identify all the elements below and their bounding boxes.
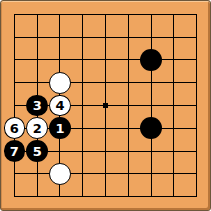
intersection-4-1 [71, 3, 94, 26]
intersection-1-3 [3, 49, 26, 72]
intersection-8-2 [162, 26, 185, 49]
intersection-8-4 [162, 71, 185, 94]
intersection-1-5 [3, 94, 26, 117]
go-board: 3462175 [0, 0, 211, 211]
board-grid: 3462175 [3, 3, 208, 208]
intersection-7-3 [140, 49, 163, 72]
intersection-6-6 [117, 117, 140, 140]
intersection-5-8 [94, 162, 117, 185]
intersection-9-2 [185, 26, 208, 49]
intersection-2-4 [26, 71, 49, 94]
move-5-stone-black: 5 [26, 140, 48, 162]
intersection-5-3 [94, 49, 117, 72]
intersection-9-1 [185, 3, 208, 26]
intersection-7-2 [140, 26, 163, 49]
intersection-1-4 [3, 71, 26, 94]
intersection-6-4 [117, 71, 140, 94]
intersection-2-3 [26, 49, 49, 72]
intersection-8-8 [162, 162, 185, 185]
intersection-3-3 [49, 49, 72, 72]
intersection-5-9 [94, 185, 117, 208]
intersection-7-1 [140, 3, 163, 26]
intersection-6-9 [117, 185, 140, 208]
stone-white [49, 163, 71, 185]
intersection-3-5: 4 [49, 94, 72, 117]
intersection-3-6: 1 [49, 117, 72, 140]
intersection-8-3 [162, 49, 185, 72]
intersection-2-9 [26, 185, 49, 208]
intersection-5-2 [94, 26, 117, 49]
intersection-1-2 [3, 26, 26, 49]
move-1-stone-black: 1 [49, 117, 71, 139]
intersection-6-3 [117, 49, 140, 72]
intersection-4-7 [71, 140, 94, 163]
intersection-8-1 [162, 3, 185, 26]
stone-black [140, 117, 162, 139]
intersection-3-7 [49, 140, 72, 163]
intersection-5-7 [94, 140, 117, 163]
intersection-1-9 [3, 185, 26, 208]
intersection-2-5: 3 [26, 94, 49, 117]
intersection-9-8 [185, 162, 208, 185]
intersection-9-4 [185, 71, 208, 94]
intersection-7-8 [140, 162, 163, 185]
intersection-8-7 [162, 140, 185, 163]
intersection-9-5 [185, 94, 208, 117]
intersection-9-3 [185, 49, 208, 72]
intersection-3-4 [49, 71, 72, 94]
intersection-4-5 [71, 94, 94, 117]
intersection-9-6 [185, 117, 208, 140]
intersection-8-9 [162, 185, 185, 208]
intersection-7-5 [140, 94, 163, 117]
intersection-3-9 [49, 185, 72, 208]
intersection-5-6 [94, 117, 117, 140]
intersection-2-2 [26, 26, 49, 49]
intersection-4-8 [71, 162, 94, 185]
intersection-6-1 [117, 3, 140, 26]
intersection-4-4 [71, 71, 94, 94]
intersection-2-8 [26, 162, 49, 185]
intersection-7-7 [140, 140, 163, 163]
intersection-9-9 [185, 185, 208, 208]
intersection-5-4 [94, 71, 117, 94]
intersection-7-6 [140, 117, 163, 140]
intersection-1-8 [3, 162, 26, 185]
move-2-stone-white: 2 [26, 117, 48, 139]
stone-white [49, 72, 71, 94]
intersection-7-9 [140, 185, 163, 208]
intersection-3-1 [49, 3, 72, 26]
intersection-8-5 [162, 94, 185, 117]
move-3-stone-black: 3 [26, 95, 48, 117]
intersection-2-1 [26, 3, 49, 26]
intersection-9-7 [185, 140, 208, 163]
intersection-1-6: 6 [3, 117, 26, 140]
intersection-4-2 [71, 26, 94, 49]
intersection-6-7 [117, 140, 140, 163]
intersection-1-7: 7 [3, 140, 26, 163]
intersection-4-6 [71, 117, 94, 140]
intersection-8-6 [162, 117, 185, 140]
intersection-3-2 [49, 26, 72, 49]
intersection-5-5 [94, 94, 117, 117]
intersection-2-7: 5 [26, 140, 49, 163]
intersection-1-1 [3, 3, 26, 26]
intersection-6-2 [117, 26, 140, 49]
intersection-6-8 [117, 162, 140, 185]
intersection-4-3 [71, 49, 94, 72]
stone-black [140, 49, 162, 71]
move-7-stone-black: 7 [4, 140, 26, 162]
intersection-5-1 [94, 3, 117, 26]
intersection-7-4 [140, 71, 163, 94]
move-4-stone-white: 4 [49, 95, 71, 117]
intersection-3-8 [49, 162, 72, 185]
move-6-stone-white: 6 [4, 117, 26, 139]
intersection-4-9 [71, 185, 94, 208]
intersection-6-5 [117, 94, 140, 117]
intersection-2-6: 2 [26, 117, 49, 140]
star-point [103, 103, 108, 108]
